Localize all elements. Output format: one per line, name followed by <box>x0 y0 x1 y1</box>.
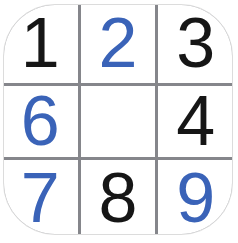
cell-r2c1: 8 <box>81 160 156 235</box>
cell-r2c0: 7 <box>3 160 78 235</box>
screenshot-canvas: 1 2 3 6 4 7 8 9 <box>0 0 238 243</box>
cell-r0c1: 2 <box>81 4 156 83</box>
cell-r0c0: 1 <box>3 4 78 83</box>
sudoku-app-icon[interactable]: 1 2 3 6 4 7 8 9 <box>3 4 233 235</box>
cell-r1c1-empty <box>81 86 156 157</box>
cell-r1c2: 4 <box>158 86 233 157</box>
cell-r1c0: 6 <box>3 86 78 157</box>
cell-r2c2: 9 <box>158 160 233 235</box>
cell-r0c2: 3 <box>158 4 233 83</box>
sudoku-grid: 1 2 3 6 4 7 8 9 <box>3 4 233 235</box>
